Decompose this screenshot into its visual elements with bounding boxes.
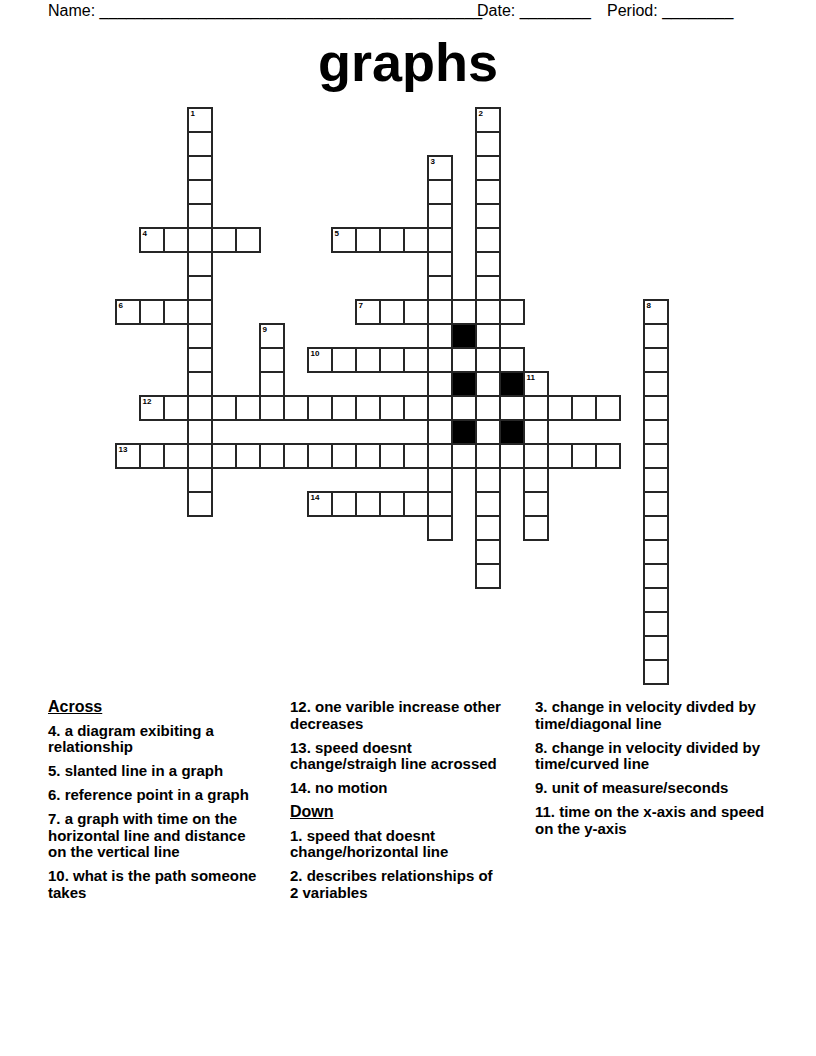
clue-number: 8. xyxy=(535,739,548,756)
clue-number: 3. xyxy=(535,698,548,715)
grid-cell[interactable] xyxy=(187,299,213,325)
grid-cell[interactable] xyxy=(475,299,501,325)
grid-cell[interactable] xyxy=(643,563,669,589)
grid-cell[interactable] xyxy=(403,395,429,421)
cell-number: 1 xyxy=(191,109,195,118)
grid-cell[interactable] xyxy=(331,347,357,373)
worksheet-page: Name: __________________________________… xyxy=(0,0,816,1056)
grid-cell[interactable] xyxy=(643,347,669,373)
grid-cell[interactable] xyxy=(427,227,453,253)
grid-cell[interactable] xyxy=(403,227,429,253)
clue-number: 11. xyxy=(535,803,555,820)
cell-number: 8 xyxy=(647,301,651,310)
grid-cell[interactable] xyxy=(499,299,525,325)
grid-cell[interactable] xyxy=(475,371,501,397)
grid-cell[interactable] xyxy=(475,443,501,469)
grid-cell[interactable] xyxy=(427,203,453,229)
grid-cell[interactable] xyxy=(475,131,501,157)
grid-cell[interactable] xyxy=(427,299,453,325)
clues-column-middle: 12. one varible increase other decreases… xyxy=(290,699,502,909)
clue-number: 12. xyxy=(290,698,311,715)
grid-cell[interactable] xyxy=(259,347,285,373)
clue-item-6: 6. reference point in a graph xyxy=(48,787,260,804)
grid-cell[interactable]: 9 xyxy=(259,323,285,349)
black-cell xyxy=(451,371,477,397)
clue-text: speed that doesnt change/horizontal line xyxy=(290,827,448,861)
grid-cell[interactable] xyxy=(427,179,453,205)
grid-cell[interactable]: 10 xyxy=(307,347,333,373)
grid-cell[interactable] xyxy=(475,251,501,277)
grid-cell[interactable] xyxy=(379,227,405,253)
clue-text: a graph with time on the horizontal line… xyxy=(48,810,246,860)
clue-item-2: 2. describes relationships of 2 variable… xyxy=(290,868,502,901)
grid-cell[interactable] xyxy=(187,155,213,181)
clue-item-4: 4. a diagram exibiting a relationship xyxy=(48,723,260,756)
clue-number: 14. xyxy=(290,779,311,796)
grid-cell[interactable] xyxy=(379,347,405,373)
clue-number: 2. xyxy=(290,867,303,884)
grid-cell[interactable] xyxy=(403,299,429,325)
grid-cell[interactable] xyxy=(427,371,453,397)
grid-cell[interactable] xyxy=(187,131,213,157)
cell-number: 5 xyxy=(335,229,339,238)
clue-item-13: 13. speed doesnt change/straigh line acr… xyxy=(290,740,502,773)
grid-cell[interactable] xyxy=(187,491,213,517)
clue-number: 6. xyxy=(48,786,61,803)
grid-cell[interactable] xyxy=(379,491,405,517)
grid-cell[interactable] xyxy=(211,227,237,253)
grid-cell[interactable] xyxy=(259,371,285,397)
grid-cell[interactable] xyxy=(643,611,669,637)
grid-cell[interactable] xyxy=(187,419,213,445)
clue-text: change in velocity divded by time/diagon… xyxy=(535,698,756,732)
grid-cell[interactable] xyxy=(523,515,549,541)
clues-column-across: Across4. a diagram exibiting a relations… xyxy=(48,699,260,909)
grid-cell[interactable] xyxy=(427,275,453,301)
grid-cell[interactable]: 8 xyxy=(643,299,669,325)
clue-item-14: 14. no motion xyxy=(290,780,502,797)
grid-cell[interactable] xyxy=(355,227,381,253)
cell-number: 10 xyxy=(311,349,320,358)
clue-number: 10. xyxy=(48,867,69,884)
grid-cell[interactable] xyxy=(427,443,453,469)
clue-item-10: 10. what is the path someone takes xyxy=(48,868,260,901)
grid-cell[interactable] xyxy=(259,443,285,469)
grid-cell[interactable]: 7 xyxy=(355,299,381,325)
clue-number: 7. xyxy=(48,810,61,827)
down-heading: Down xyxy=(290,804,502,821)
grid-cell[interactable] xyxy=(643,659,669,685)
name-field: Name: __________________________________… xyxy=(48,2,482,20)
across-heading: Across xyxy=(48,699,260,716)
date-label: Date: xyxy=(477,2,515,19)
grid-cell[interactable] xyxy=(331,395,357,421)
grid-cell[interactable] xyxy=(523,467,549,493)
cell-number: 9 xyxy=(263,325,267,334)
grid-cell[interactable] xyxy=(307,395,333,421)
clue-item-7: 7. a graph with time on the horizontal l… xyxy=(48,811,260,861)
grid-cell[interactable] xyxy=(163,443,189,469)
grid-cell[interactable] xyxy=(427,395,453,421)
grid-cell[interactable] xyxy=(187,347,213,373)
grid-cell[interactable] xyxy=(187,251,213,277)
clue-text: unit of measure/seconds xyxy=(548,779,729,796)
grid-cell[interactable] xyxy=(451,395,477,421)
grid-cell[interactable] xyxy=(259,395,285,421)
grid-cell[interactable] xyxy=(355,347,381,373)
grid-cell[interactable] xyxy=(355,395,381,421)
grid-cell[interactable] xyxy=(547,395,573,421)
grid-cell[interactable] xyxy=(475,395,501,421)
grid-cell[interactable]: 5 xyxy=(331,227,357,253)
grid-cell[interactable] xyxy=(643,395,669,421)
clue-item-1: 1. speed that doesnt change/horizontal l… xyxy=(290,828,502,861)
date-field: Date: ________ xyxy=(477,2,591,20)
grid-cell[interactable] xyxy=(475,347,501,373)
cell-number: 6 xyxy=(119,301,123,310)
grid-cell[interactable] xyxy=(475,227,501,253)
grid-cell[interactable] xyxy=(283,443,309,469)
grid-cell[interactable] xyxy=(427,323,453,349)
grid-cell[interactable] xyxy=(427,347,453,373)
grid-cell[interactable] xyxy=(643,467,669,493)
cell-number: 2 xyxy=(479,109,483,118)
clue-item-5: 5. slanted line in a graph xyxy=(48,763,260,780)
grid-cell[interactable] xyxy=(475,203,501,229)
grid-cell[interactable] xyxy=(451,299,477,325)
grid-cell[interactable] xyxy=(379,443,405,469)
grid-cell[interactable] xyxy=(211,395,237,421)
grid-cell[interactable] xyxy=(355,443,381,469)
clue-item-3: 3. change in velocity divded by time/dia… xyxy=(535,699,773,732)
grid-cell[interactable] xyxy=(187,395,213,421)
grid-cell[interactable] xyxy=(187,203,213,229)
grid-cell[interactable] xyxy=(643,515,669,541)
black-cell xyxy=(451,323,477,349)
grid-cell[interactable]: 6 xyxy=(115,299,141,325)
grid-cell[interactable] xyxy=(403,347,429,373)
clue-number: 13. xyxy=(290,739,311,756)
grid-cell[interactable] xyxy=(475,419,501,445)
grid-cell[interactable] xyxy=(187,323,213,349)
clue-number: 4. xyxy=(48,722,61,739)
cell-number: 4 xyxy=(143,229,147,238)
grid-cell[interactable]: 12 xyxy=(139,395,165,421)
grid-cell[interactable] xyxy=(475,155,501,181)
clues-column-down: 3. change in velocity divded by time/dia… xyxy=(535,699,773,845)
clue-number: 9. xyxy=(535,779,548,796)
grid-cell[interactable]: 13 xyxy=(115,443,141,469)
grid-cell[interactable] xyxy=(475,323,501,349)
cell-number: 14 xyxy=(311,493,320,502)
grid-cell[interactable] xyxy=(403,443,429,469)
grid-cell[interactable] xyxy=(139,443,165,469)
grid-cell[interactable]: 1 xyxy=(187,107,213,133)
clue-text: change in velocity divided by time/curve… xyxy=(535,739,760,773)
grid-cell[interactable] xyxy=(187,467,213,493)
black-cell xyxy=(499,419,525,445)
black-cell xyxy=(451,419,477,445)
grid-cell[interactable] xyxy=(523,395,549,421)
clue-text: what is the path someone takes xyxy=(48,867,256,901)
clue-text: reference point in a graph xyxy=(61,786,249,803)
grid-cell[interactable] xyxy=(211,443,237,469)
grid-cell[interactable] xyxy=(643,443,669,469)
name-label: Name: xyxy=(48,2,95,19)
grid-cell[interactable] xyxy=(331,491,357,517)
grid-cell[interactable] xyxy=(187,371,213,397)
grid-cell[interactable] xyxy=(139,299,165,325)
period-field: Period: ________ xyxy=(607,2,733,20)
cell-number: 13 xyxy=(119,445,128,454)
grid-cell[interactable] xyxy=(163,395,189,421)
grid-cell[interactable] xyxy=(331,443,357,469)
grid-cell[interactable] xyxy=(643,371,669,397)
clue-number: 1. xyxy=(290,827,303,844)
grid-cell[interactable] xyxy=(475,179,501,205)
grid-cell[interactable] xyxy=(403,491,429,517)
grid-cell[interactable] xyxy=(499,443,525,469)
grid-cell[interactable] xyxy=(571,395,597,421)
clue-text: one varible increase other decreases xyxy=(290,698,501,732)
grid-cell[interactable] xyxy=(475,539,501,565)
grid-cell[interactable] xyxy=(187,443,213,469)
clue-item-11: 11. time on the x-axis and speed on the … xyxy=(535,804,773,837)
grid-cell[interactable]: 3 xyxy=(427,155,453,181)
grid-cell[interactable] xyxy=(379,395,405,421)
clue-item-12: 12. one varible increase other decreases xyxy=(290,699,502,732)
grid-cell[interactable] xyxy=(643,587,669,613)
clue-text: describes relationships of 2 variables xyxy=(290,867,493,901)
grid-cell[interactable] xyxy=(235,395,261,421)
grid-cell[interactable] xyxy=(499,347,525,373)
grid-cell[interactable] xyxy=(187,275,213,301)
crossword-grid: 1234567891011121314 xyxy=(116,108,668,684)
grid-cell[interactable] xyxy=(643,419,669,445)
grid-cell[interactable] xyxy=(451,347,477,373)
grid-cell[interactable] xyxy=(427,515,453,541)
period-blank-line[interactable]: ________ xyxy=(662,2,733,19)
black-cell xyxy=(499,371,525,397)
date-blank-line[interactable]: ________ xyxy=(520,2,591,19)
grid-cell[interactable]: 2 xyxy=(475,107,501,133)
grid-cell[interactable] xyxy=(571,443,597,469)
cell-number: 11 xyxy=(527,373,535,382)
grid-cell[interactable]: 4 xyxy=(139,227,165,253)
grid-cell[interactable] xyxy=(475,515,501,541)
grid-cell[interactable] xyxy=(163,227,189,253)
cell-number: 12 xyxy=(143,397,152,406)
clue-text: no motion xyxy=(311,779,388,796)
grid-cell[interactable] xyxy=(475,563,501,589)
grid-cell[interactable]: 11 xyxy=(523,371,549,397)
grid-cell[interactable] xyxy=(235,443,261,469)
grid-cell[interactable] xyxy=(547,443,573,469)
clue-number: 5. xyxy=(48,762,61,779)
grid-cell[interactable] xyxy=(595,443,621,469)
grid-cell[interactable] xyxy=(379,299,405,325)
grid-cell[interactable] xyxy=(283,395,309,421)
grid-cell[interactable] xyxy=(643,539,669,565)
grid-cell[interactable] xyxy=(523,419,549,445)
clue-item-9: 9. unit of measure/seconds xyxy=(535,780,773,797)
grid-cell[interactable] xyxy=(187,227,213,253)
grid-cell[interactable] xyxy=(163,299,189,325)
puzzle-title: graphs xyxy=(0,33,816,91)
grid-cell[interactable] xyxy=(475,275,501,301)
grid-cell[interactable] xyxy=(187,179,213,205)
grid-cell[interactable] xyxy=(355,491,381,517)
clue-item-8: 8. change in velocity divided by time/cu… xyxy=(535,740,773,773)
grid-cell[interactable] xyxy=(427,419,453,445)
grid-cell[interactable] xyxy=(427,467,453,493)
grid-cell[interactable] xyxy=(643,323,669,349)
grid-cell[interactable] xyxy=(475,467,501,493)
name-blank-line[interactable]: ________________________________________… xyxy=(100,2,483,19)
grid-cell[interactable] xyxy=(427,491,453,517)
clue-text: time on the x-axis and speed on the y-ax… xyxy=(535,803,764,837)
grid-cell[interactable] xyxy=(643,635,669,661)
grid-cell[interactable] xyxy=(643,491,669,517)
cell-number: 7 xyxy=(359,301,363,310)
clue-text: speed doesnt change/straigh line acrosse… xyxy=(290,739,497,773)
grid-cell[interactable] xyxy=(307,443,333,469)
grid-cell[interactable] xyxy=(235,227,261,253)
grid-cell[interactable] xyxy=(451,443,477,469)
grid-cell[interactable] xyxy=(523,491,549,517)
clue-text: a diagram exibiting a relationship xyxy=(48,722,214,756)
grid-cell[interactable]: 14 xyxy=(307,491,333,517)
grid-cell[interactable] xyxy=(499,395,525,421)
grid-cell[interactable] xyxy=(595,395,621,421)
period-label: Period: xyxy=(607,2,658,19)
grid-cell[interactable] xyxy=(523,443,549,469)
grid-cell[interactable] xyxy=(427,251,453,277)
clue-text: slanted line in a graph xyxy=(61,762,224,779)
grid-cell[interactable] xyxy=(475,491,501,517)
cell-number: 3 xyxy=(431,157,435,166)
